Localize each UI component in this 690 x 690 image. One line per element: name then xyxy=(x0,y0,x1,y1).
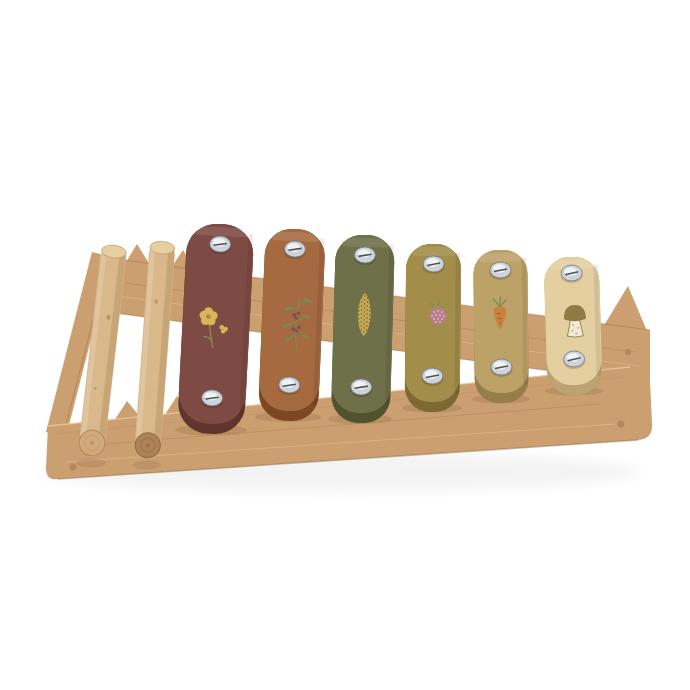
bar-top-sheen xyxy=(341,237,390,247)
screw-top xyxy=(354,247,376,266)
screw-bottom xyxy=(563,351,585,370)
xylophone-illustration xyxy=(0,0,690,690)
screw-bottom xyxy=(278,376,301,395)
product-photo xyxy=(0,0,690,690)
dowel-peg xyxy=(625,349,631,355)
dowel-peg xyxy=(618,421,625,428)
xylophone-bar-2 xyxy=(258,228,326,422)
bar-top-sheen xyxy=(411,247,456,256)
bar-top-sheen xyxy=(478,253,522,262)
mallet-shadow xyxy=(76,459,106,468)
screw-top xyxy=(423,256,445,274)
xylophone-bar-5 xyxy=(473,250,529,404)
xylophone-bar-6 xyxy=(544,256,603,395)
screw-bottom xyxy=(421,368,443,386)
xylophone-bar-3 xyxy=(331,234,395,424)
mallet-shadow xyxy=(133,461,161,470)
xylophone-bar-4 xyxy=(405,244,462,413)
screw-top xyxy=(560,265,582,284)
xylophone-bar-1 xyxy=(177,222,255,435)
screw-top xyxy=(284,241,307,260)
screw-bottom xyxy=(490,359,512,377)
screw-top xyxy=(489,262,511,280)
screw-bottom xyxy=(350,379,372,398)
dowel-peg xyxy=(70,464,77,471)
